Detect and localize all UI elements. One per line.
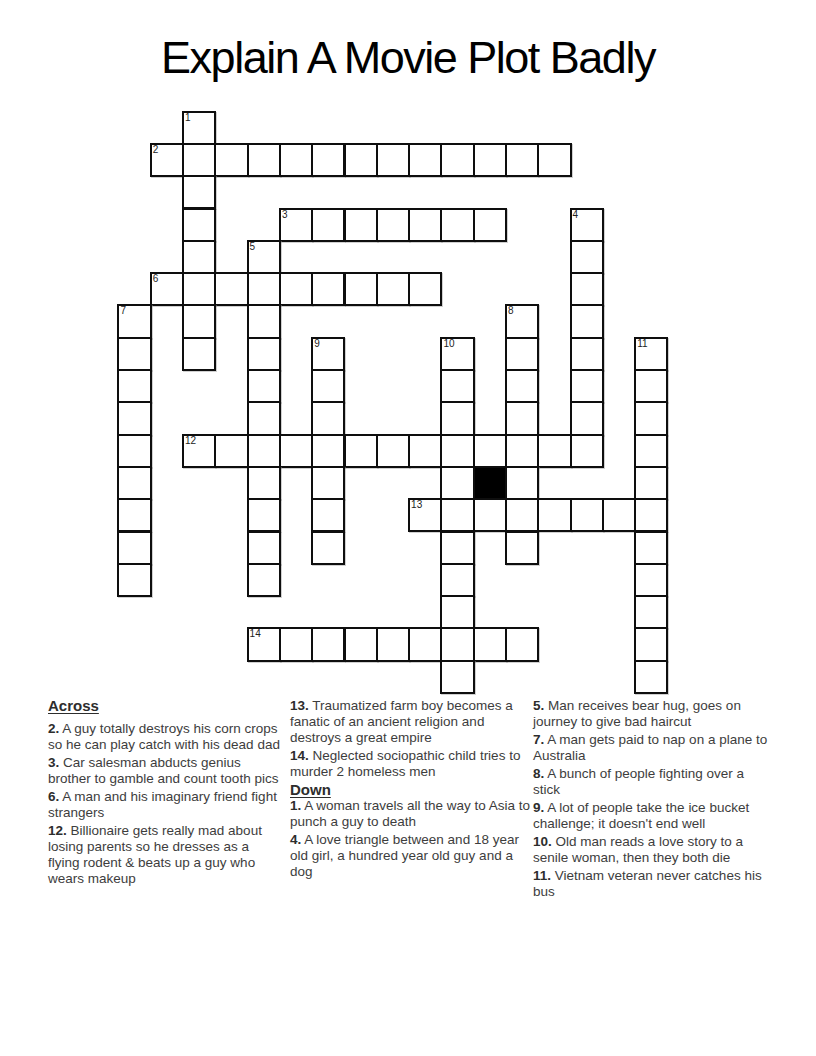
grid-cell[interactable]: [408, 434, 442, 468]
clue-down-8: 8. A bunch of people fighting over a sti…: [533, 766, 773, 798]
grid-cell[interactable]: [376, 272, 410, 306]
grid-cell[interactable]: [311, 531, 345, 565]
grid-cell[interactable]: [440, 434, 474, 468]
grid-cell[interactable]: [505, 498, 539, 532]
grid-cell[interactable]: [311, 369, 345, 403]
across-clue-list-part2: 13. Traumatized farm boy becomes a fanat…: [290, 698, 531, 780]
grid-cell[interactable]: [570, 304, 604, 338]
grid-cell[interactable]: [634, 434, 668, 468]
grid-cell[interactable]: [247, 434, 281, 468]
grid-cell[interactable]: [117, 434, 151, 468]
grid-cell[interactable]: [117, 498, 151, 532]
grid-cell[interactable]: [279, 272, 313, 306]
grid-cell[interactable]: [247, 369, 281, 403]
clue-number-label: 11: [637, 338, 647, 350]
clue-number: 5.: [533, 698, 544, 713]
clue-number: 9.: [533, 800, 544, 815]
grid-cell[interactable]: [182, 337, 216, 371]
grid-cell[interactable]: [279, 627, 313, 661]
clue-number: 3.: [48, 755, 59, 770]
grid-cell[interactable]: [505, 627, 539, 661]
grid-cell[interactable]: [247, 143, 281, 177]
grid-cell[interactable]: [505, 369, 539, 403]
grid-cell[interactable]: [440, 660, 474, 694]
clue-down-5: 5. Man receives bear hug, goes on journe…: [533, 698, 773, 730]
grid-cell[interactable]: [634, 595, 668, 629]
grid-cell[interactable]: [505, 337, 539, 371]
grid-cell[interactable]: [182, 240, 216, 274]
grid-cell[interactable]: [247, 272, 281, 306]
down-clue-list-part1: 1. A woman travels all the way to Asia t…: [290, 798, 531, 880]
clue-across-12: 12. Billionaire gets really mad about lo…: [48, 823, 280, 887]
grid-cell[interactable]: [408, 143, 442, 177]
clue-down-10: 10. Old man reads a love story to a seni…: [533, 834, 773, 866]
clue-number-label: 8: [508, 305, 514, 317]
grid-cell[interactable]: [505, 401, 539, 435]
grid-cell[interactable]: [440, 466, 474, 500]
grid-cell[interactable]: [440, 595, 474, 629]
clue-across-6: 6. A man and his imaginary friend fight …: [48, 789, 280, 821]
grid-cell[interactable]: [537, 434, 571, 468]
clue-number-label: 9: [314, 338, 320, 350]
clue-number: 12.: [48, 823, 67, 838]
clue-number: 7.: [533, 732, 544, 747]
grid-cell[interactable]: [440, 563, 474, 597]
grid-cell[interactable]: [408, 272, 442, 306]
grid-cell[interactable]: [279, 143, 313, 177]
grid-cell[interactable]: 4: [570, 208, 604, 242]
clue-number: 11.: [533, 868, 551, 883]
grid-cell[interactable]: [634, 563, 668, 597]
grid-cell[interactable]: 10: [440, 337, 474, 371]
clue-number-label: 2: [153, 144, 159, 156]
grid-cell[interactable]: [440, 498, 474, 532]
grid-cell[interactable]: [440, 143, 474, 177]
grid-cell[interactable]: [117, 563, 151, 597]
grid-cell[interactable]: [311, 466, 345, 500]
grid-cell[interactable]: [408, 627, 442, 661]
grid-cell[interactable]: [344, 627, 378, 661]
down-heading: Down: [290, 782, 531, 798]
across-clue-list-part1: 2. A guy totally destroys his corn crops…: [48, 721, 280, 887]
clue-number-label: 6: [153, 273, 159, 285]
grid-cell[interactable]: [376, 208, 410, 242]
grid-cell[interactable]: 1: [182, 111, 216, 145]
clue-number: 10.: [533, 834, 552, 849]
grid-cell[interactable]: [214, 434, 248, 468]
grid-cell[interactable]: [182, 143, 216, 177]
grid-cell[interactable]: [570, 369, 604, 403]
grid-cell[interactable]: [473, 627, 507, 661]
grid-cell[interactable]: [505, 143, 539, 177]
grid-cell[interactable]: 7: [117, 304, 151, 338]
grid-cell[interactable]: [279, 434, 313, 468]
clue-down-7: 7. A man gets paid to nap on a plane to …: [533, 732, 773, 764]
clue-number-label: 5: [250, 241, 256, 253]
grid-cell[interactable]: [473, 498, 507, 532]
grid-cell[interactable]: 9: [311, 337, 345, 371]
grid-cell[interactable]: [182, 272, 216, 306]
grid-cell[interactable]: [311, 498, 345, 532]
grid-cell[interactable]: [473, 434, 507, 468]
grid-cell[interactable]: 6: [150, 272, 184, 306]
grid-cell[interactable]: [537, 143, 571, 177]
clue-across-2: 2. A guy totally destroys his corn crops…: [48, 721, 280, 753]
grid-cell[interactable]: [214, 272, 248, 306]
grid-cell[interactable]: [117, 369, 151, 403]
grid-cell[interactable]: [440, 401, 474, 435]
clue-number-label: 12: [185, 435, 196, 447]
clue-down-4: 4. A love triangle between and 18 year o…: [290, 832, 531, 880]
grid-cell[interactable]: [311, 627, 345, 661]
grid-cell[interactable]: [247, 466, 281, 500]
grid-cell[interactable]: [570, 401, 604, 435]
grid-cell[interactable]: [634, 498, 668, 532]
grid-cell[interactable]: [214, 143, 248, 177]
grid-cell[interactable]: [473, 143, 507, 177]
grid-cell[interactable]: [311, 208, 345, 242]
grid-cell[interactable]: [247, 401, 281, 435]
clue-number: 6.: [48, 789, 59, 804]
grid-cell[interactable]: [247, 304, 281, 338]
grid-cell[interactable]: [570, 272, 604, 306]
grid-cell[interactable]: [311, 272, 345, 306]
grid-cell[interactable]: [440, 627, 474, 661]
grid-cell[interactable]: [344, 143, 378, 177]
clue-number-label: 4: [573, 209, 579, 221]
grid-cell[interactable]: [311, 401, 345, 435]
grid-cell[interactable]: [634, 466, 668, 500]
grid-cell[interactable]: [505, 531, 539, 565]
grid-cell[interactable]: [117, 337, 151, 371]
clue-number-label: 3: [282, 209, 288, 221]
clue-number-label: 14: [250, 628, 261, 640]
clue-number: 14.: [290, 748, 309, 763]
grid-cell[interactable]: 8: [505, 304, 539, 338]
clue-column-3: 5. Man receives bear hug, goes on journe…: [533, 698, 773, 902]
grid-cell[interactable]: [311, 143, 345, 177]
grid-cell[interactable]: [505, 466, 539, 500]
grid-cell[interactable]: [182, 208, 216, 242]
grid-cell[interactable]: [182, 304, 216, 338]
clue-number: 2.: [48, 721, 59, 736]
grid-cell[interactable]: [344, 272, 378, 306]
clue-number: 4.: [290, 832, 301, 847]
grid-cell[interactable]: [602, 498, 636, 532]
grid-cell[interactable]: [344, 208, 378, 242]
grid-cell[interactable]: 12: [182, 434, 216, 468]
grid-cell[interactable]: [311, 434, 345, 468]
grid-cell[interactable]: [117, 531, 151, 565]
grid-cell[interactable]: [182, 175, 216, 209]
grid-cell[interactable]: [537, 498, 571, 532]
clue-column-1: Across 2. A guy totally destroys his cor…: [48, 698, 280, 889]
grid-cell[interactable]: [247, 337, 281, 371]
clue-number: 13.: [290, 698, 309, 713]
grid-cell[interactable]: 3: [279, 208, 313, 242]
clue-down-1: 1. A woman travels all the way to Asia t…: [290, 798, 531, 830]
clue-number-label: 10: [443, 338, 454, 350]
clue-number: 1.: [290, 798, 301, 813]
clue-down-9: 9. A lot of people take the ice bucket c…: [533, 800, 773, 832]
grid-cell[interactable]: [634, 531, 668, 565]
down-clue-list-part2: 5. Man receives bear hug, goes on journe…: [533, 698, 773, 900]
grid-cell[interactable]: [247, 563, 281, 597]
grid-cell[interactable]: 11: [634, 337, 668, 371]
grid-cell[interactable]: [570, 337, 604, 371]
clue-number-label: 1: [185, 112, 191, 124]
grid-cell[interactable]: [473, 208, 507, 242]
grid-cell[interactable]: [634, 401, 668, 435]
clue-across-13: 13. Traumatized farm boy becomes a fanat…: [290, 698, 531, 746]
grid-cell[interactable]: 13: [408, 498, 442, 532]
grid-cell[interactable]: [440, 531, 474, 565]
grid-cell[interactable]: [570, 240, 604, 274]
grid-cell[interactable]: [344, 434, 378, 468]
clue-number-label: 7: [120, 305, 126, 317]
grid-cell[interactable]: [440, 369, 474, 403]
grid-cell[interactable]: [247, 498, 281, 532]
clue-column-2: 13. Traumatized farm boy becomes a fanat…: [290, 698, 531, 882]
grid-cell[interactable]: [440, 208, 474, 242]
black-cell: [473, 466, 507, 500]
grid-cell[interactable]: 2: [150, 143, 184, 177]
grid-cell[interactable]: [570, 498, 604, 532]
grid-cell[interactable]: [408, 208, 442, 242]
clue-number-label: 13: [411, 499, 422, 511]
grid-cell[interactable]: [117, 401, 151, 435]
grid-cell[interactable]: [117, 466, 151, 500]
clue-across-3: 3. Car salesman abducts genius brother t…: [48, 755, 280, 787]
grid-cell[interactable]: [247, 531, 281, 565]
grid-cell[interactable]: [376, 434, 410, 468]
clue-down-11: 11. Vietnam veteran never catches his bu…: [533, 868, 773, 900]
across-heading: Across: [48, 698, 280, 714]
grid-cell[interactable]: [634, 369, 668, 403]
grid-cell[interactable]: [376, 143, 410, 177]
grid-cell[interactable]: [570, 434, 604, 468]
grid-cell[interactable]: 14: [247, 627, 281, 661]
clue-number: 8.: [533, 766, 544, 781]
clue-across-14: 14. Neglected sociopathic child tries to…: [290, 748, 531, 780]
grid-cell[interactable]: [376, 627, 410, 661]
grid-cell[interactable]: 5: [247, 240, 281, 274]
grid-cell[interactable]: [505, 434, 539, 468]
grid-cell[interactable]: [634, 660, 668, 694]
grid-cell[interactable]: [634, 627, 668, 661]
